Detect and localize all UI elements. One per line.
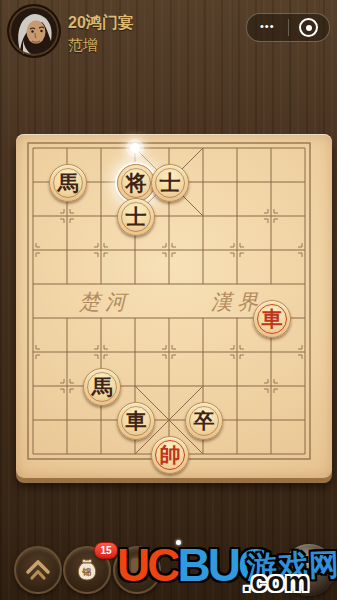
wechat-capsule: ••• — [246, 13, 330, 42]
chevron-up-icon — [23, 557, 53, 583]
piece-卒-black[interactable]: 卒 — [185, 402, 223, 440]
collapse-button[interactable] — [14, 546, 62, 594]
tool-button[interactable] — [113, 546, 161, 594]
pieces-layer: 馬将士士車馬車卒帥 — [16, 134, 332, 478]
piece-馬-black[interactable]: 馬 — [49, 164, 87, 202]
piece-char: 将 — [118, 165, 154, 201]
level-subtitle: 范增 — [68, 36, 98, 55]
piece-char: 士 — [118, 199, 154, 235]
app-screen: 20鸿门宴 范增 ••• — [0, 0, 337, 600]
xiangqi-board[interactable]: 楚河 漢界 馬将士士車馬車卒帥 — [16, 134, 332, 478]
watermark-bug: BUG — [177, 539, 270, 591]
piece-馬-black[interactable]: 馬 — [83, 368, 121, 406]
piece-将-black[interactable]: 将 — [117, 164, 155, 202]
piece-char: 馬 — [84, 369, 120, 405]
avatar-portrait-icon — [9, 6, 59, 56]
tool-icon — [131, 558, 143, 580]
more-dots-icon: ••• — [260, 13, 275, 40]
piece-士-black[interactable]: 士 — [117, 198, 155, 236]
piece-char: 馬 — [50, 165, 86, 201]
target-circle-icon — [299, 18, 318, 37]
money-bag-icon: 锦 — [73, 556, 101, 584]
piece-士-black[interactable]: 士 — [151, 164, 189, 202]
level-title: 20鸿门宴 — [68, 13, 134, 34]
top-bar: 20鸿门宴 范增 ••• — [0, 0, 337, 60]
piece-char: 帥 — [152, 437, 188, 473]
piece-車-black[interactable]: 車 — [117, 402, 155, 440]
piece-char: 車 — [254, 301, 290, 337]
svg-text:锦: 锦 — [82, 567, 92, 577]
piece-char: 車 — [118, 403, 154, 439]
hint-count-badge: 15 — [94, 542, 118, 559]
character-avatar — [9, 6, 59, 56]
piece-帥-red[interactable]: 帥 — [151, 436, 189, 474]
more-menu-button[interactable]: ••• — [247, 14, 288, 41]
piece-車-red[interactable]: 車 — [253, 300, 291, 338]
last-move-marker — [130, 143, 140, 153]
watermark-sparkle — [176, 540, 181, 545]
piece-char: 士 — [152, 165, 188, 201]
minimize-button[interactable] — [289, 14, 330, 41]
piece-char: 卒 — [186, 403, 222, 439]
round-dark-button[interactable] — [283, 544, 335, 596]
